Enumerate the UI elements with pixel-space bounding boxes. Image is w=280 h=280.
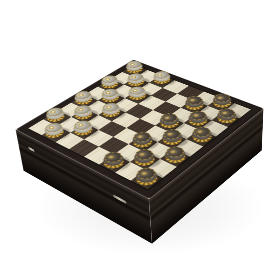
checker-dark-a3[interactable] bbox=[100, 155, 129, 172]
product-photo-stage bbox=[0, 0, 280, 280]
checkers-board bbox=[16, 60, 264, 199]
latch-metal-icon bbox=[113, 194, 126, 203]
hinge-metal-icon bbox=[28, 147, 34, 153]
checker-dark-a1[interactable] bbox=[132, 171, 162, 189]
